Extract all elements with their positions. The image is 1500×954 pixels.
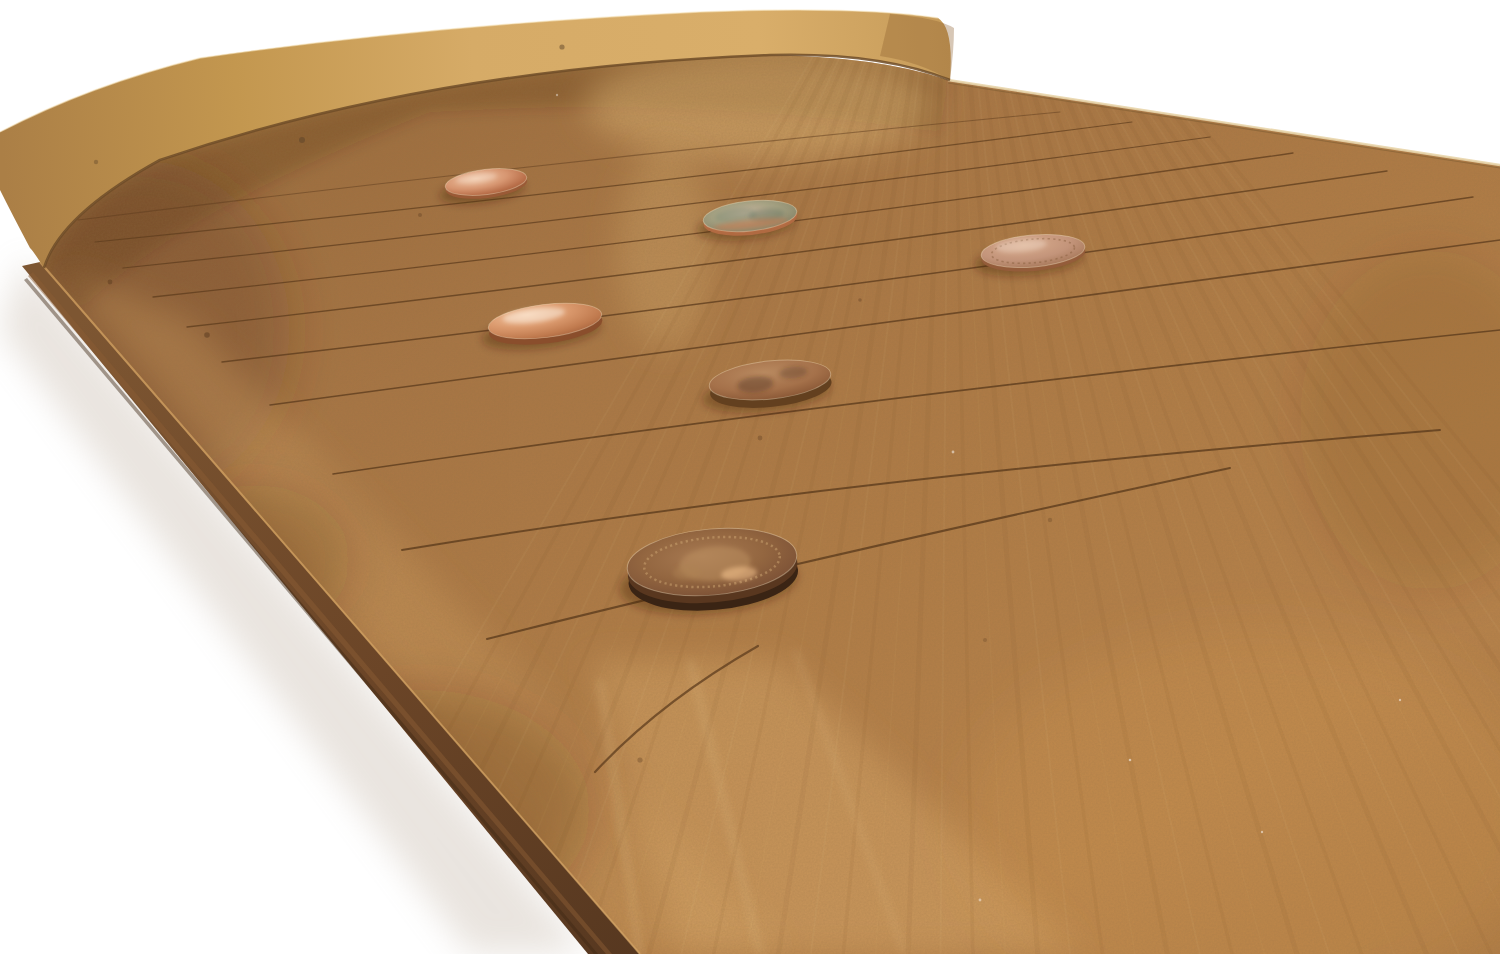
shove-hapenny-board-photo: Shove Ha'penny xyxy=(0,0,1500,954)
board-scene: Shove Ha'penny xyxy=(0,0,1500,954)
